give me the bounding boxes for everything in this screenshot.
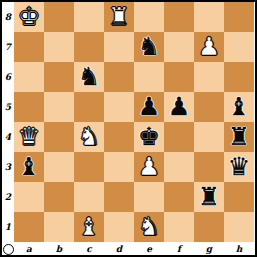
rank-label-1: 1: [2, 212, 14, 242]
square-f4[interactable]: [164, 122, 194, 152]
chess-board: ♚♜♞♟♞♟♟♝♛♞♚♜♝♟♛♜♝♞: [14, 2, 254, 242]
square-a7[interactable]: [14, 32, 44, 62]
square-c5[interactable]: [74, 92, 104, 122]
square-e6[interactable]: [134, 62, 164, 92]
square-g2[interactable]: ♜: [194, 182, 224, 212]
square-g5[interactable]: [194, 92, 224, 122]
square-f3[interactable]: [164, 152, 194, 182]
file-label-g: g: [194, 242, 224, 255]
square-g4[interactable]: [194, 122, 224, 152]
square-e7[interactable]: ♞: [134, 32, 164, 62]
square-e3[interactable]: ♟: [134, 152, 164, 182]
file-label-b: b: [44, 242, 74, 255]
piece-black-bishop[interactable]: ♝: [18, 152, 40, 182]
piece-black-king[interactable]: ♚: [138, 122, 160, 152]
square-f7[interactable]: [164, 32, 194, 62]
file-label-h: h: [224, 242, 254, 255]
square-f2[interactable]: [164, 182, 194, 212]
square-d7[interactable]: [104, 32, 134, 62]
piece-white-knight[interactable]: ♞: [138, 212, 160, 242]
square-c8[interactable]: [74, 2, 104, 32]
square-h5[interactable]: ♝: [224, 92, 254, 122]
square-e8[interactable]: [134, 2, 164, 32]
file-labels: abcdefgh: [14, 242, 254, 255]
rank-label-3: 3: [2, 152, 14, 182]
piece-white-pawn[interactable]: ♟: [198, 32, 220, 62]
square-b7[interactable]: [44, 32, 74, 62]
square-c1[interactable]: ♝: [74, 212, 104, 242]
square-c3[interactable]: [74, 152, 104, 182]
square-c2[interactable]: [74, 182, 104, 212]
square-b3[interactable]: [44, 152, 74, 182]
file-label-e: e: [134, 242, 164, 255]
square-a4[interactable]: ♛: [14, 122, 44, 152]
rank-label-8: 8: [2, 2, 14, 32]
rank-labels: 87654321: [2, 2, 14, 242]
white-to-move-indicator: [3, 244, 14, 255]
square-f5[interactable]: ♟: [164, 92, 194, 122]
square-e2[interactable]: [134, 182, 164, 212]
rank-label-7: 7: [2, 32, 14, 62]
piece-black-knight[interactable]: ♞: [78, 62, 100, 92]
square-b8[interactable]: [44, 2, 74, 32]
square-e4[interactable]: ♚: [134, 122, 164, 152]
file-label-d: d: [104, 242, 134, 255]
square-d1[interactable]: [104, 212, 134, 242]
piece-black-pawn[interactable]: ♟: [138, 92, 160, 122]
square-h2[interactable]: [224, 182, 254, 212]
square-d6[interactable]: [104, 62, 134, 92]
rank-label-5: 5: [2, 92, 14, 122]
square-h7[interactable]: [224, 32, 254, 62]
square-h4[interactable]: ♜: [224, 122, 254, 152]
piece-black-bishop[interactable]: ♝: [228, 92, 250, 122]
square-d2[interactable]: [104, 182, 134, 212]
piece-white-rook[interactable]: ♜: [108, 2, 130, 32]
square-h6[interactable]: [224, 62, 254, 92]
piece-black-rook[interactable]: ♜: [198, 182, 220, 212]
square-c4[interactable]: ♞: [74, 122, 104, 152]
square-h1[interactable]: [224, 212, 254, 242]
square-f1[interactable]: [164, 212, 194, 242]
square-e5[interactable]: ♟: [134, 92, 164, 122]
file-label-f: f: [164, 242, 194, 255]
rank-label-6: 6: [2, 62, 14, 92]
square-b1[interactable]: [44, 212, 74, 242]
square-f6[interactable]: [164, 62, 194, 92]
piece-white-bishop[interactable]: ♝: [78, 212, 100, 242]
square-b5[interactable]: [44, 92, 74, 122]
square-g8[interactable]: [194, 2, 224, 32]
square-c6[interactable]: ♞: [74, 62, 104, 92]
piece-white-knight[interactable]: ♞: [78, 122, 100, 152]
square-b4[interactable]: [44, 122, 74, 152]
square-a6[interactable]: [14, 62, 44, 92]
file-label-a: a: [14, 242, 44, 255]
piece-black-rook[interactable]: ♜: [228, 122, 250, 152]
square-h8[interactable]: [224, 2, 254, 32]
square-b6[interactable]: [44, 62, 74, 92]
chess-diagram: 87654321 ♚♜♞♟♞♟♟♝♛♞♚♜♝♟♛♜♝♞ abcdefgh: [0, 0, 257, 257]
square-e1[interactable]: ♞: [134, 212, 164, 242]
square-a8[interactable]: ♚: [14, 2, 44, 32]
square-a5[interactable]: [14, 92, 44, 122]
square-a3[interactable]: ♝: [14, 152, 44, 182]
square-a2[interactable]: [14, 182, 44, 212]
rank-label-4: 4: [2, 122, 14, 152]
square-d3[interactable]: [104, 152, 134, 182]
square-g7[interactable]: ♟: [194, 32, 224, 62]
square-d5[interactable]: [104, 92, 134, 122]
square-b2[interactable]: [44, 182, 74, 212]
square-h3[interactable]: ♛: [224, 152, 254, 182]
piece-black-queen[interactable]: ♛: [228, 152, 250, 182]
square-a1[interactable]: [14, 212, 44, 242]
square-g3[interactable]: [194, 152, 224, 182]
file-label-c: c: [74, 242, 104, 255]
square-d8[interactable]: ♜: [104, 2, 134, 32]
square-g6[interactable]: [194, 62, 224, 92]
square-d4[interactable]: [104, 122, 134, 152]
square-g1[interactable]: [194, 212, 224, 242]
piece-white-king[interactable]: ♚: [18, 2, 40, 32]
piece-black-knight[interactable]: ♞: [138, 32, 160, 62]
square-f8[interactable]: [164, 2, 194, 32]
piece-white-pawn[interactable]: ♟: [138, 152, 160, 182]
piece-black-pawn[interactable]: ♟: [168, 92, 190, 122]
square-c7[interactable]: [74, 32, 104, 62]
piece-white-queen[interactable]: ♛: [18, 122, 40, 152]
rank-label-2: 2: [2, 182, 14, 212]
